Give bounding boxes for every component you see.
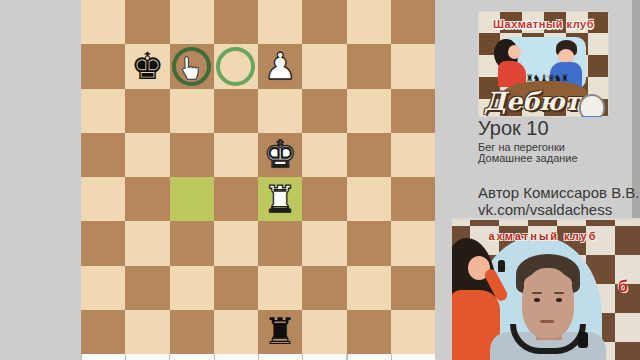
- logo-elephant-mascot: [579, 94, 605, 117]
- logo-title: Шахматный клуб: [478, 18, 609, 30]
- square-b5[interactable]: [125, 133, 169, 177]
- square-h1[interactable]: [391, 310, 435, 354]
- square-g6[interactable]: [347, 89, 391, 133]
- lesson-title: Урок 10: [478, 117, 549, 140]
- square-e8[interactable]: [258, 0, 302, 44]
- square-g2[interactable]: [347, 266, 391, 310]
- square-c6[interactable]: [170, 89, 214, 133]
- square-a8[interactable]: [81, 0, 125, 44]
- presenter-eye: [556, 298, 562, 302]
- square-d3[interactable]: [214, 221, 258, 265]
- square-g8[interactable]: [347, 0, 391, 44]
- piece-white-rook-e4[interactable]: ♜: [258, 177, 302, 221]
- piece-white-king-e5[interactable]: ♚: [258, 133, 302, 177]
- square-a6[interactable]: [81, 89, 125, 133]
- square-a3[interactable]: [81, 221, 125, 265]
- square-h6[interactable]: [391, 89, 435, 133]
- square-a4[interactable]: [81, 177, 125, 221]
- piece-white-pawn-e7[interactable]: ♟: [258, 44, 302, 88]
- square-h2[interactable]: [391, 266, 435, 310]
- square-b1[interactable]: [125, 310, 169, 354]
- logo-script-text: Дебют: [484, 87, 580, 116]
- square-a1[interactable]: [81, 310, 125, 354]
- square-g1[interactable]: [347, 310, 391, 354]
- square-c8[interactable]: [170, 0, 214, 44]
- square-g5[interactable]: [347, 133, 391, 177]
- piece-black-king-b7[interactable]: ♚: [125, 44, 169, 88]
- square-a2[interactable]: [81, 266, 125, 310]
- presenter-brow: [532, 292, 542, 294]
- poster-title: ахматный клуб: [452, 230, 634, 242]
- move-hint-circle-d7[interactable]: [216, 47, 255, 86]
- square-f2[interactable]: [302, 266, 346, 310]
- hand-cursor-icon: [178, 55, 200, 85]
- square-h5[interactable]: [391, 133, 435, 177]
- square-b3[interactable]: [125, 221, 169, 265]
- square-b8[interactable]: [125, 0, 169, 44]
- headphone-cup: [578, 332, 588, 348]
- square-c4[interactable]: [170, 177, 214, 221]
- square-b6[interactable]: [125, 89, 169, 133]
- square-h4[interactable]: [391, 177, 435, 221]
- square-h3[interactable]: [391, 221, 435, 265]
- lesson-subtitle-2: Домашнее задание: [478, 152, 578, 164]
- square-d1[interactable]: [214, 310, 258, 354]
- webcam-video: ахматный клуб б: [452, 218, 640, 360]
- poster-chess-piece: [498, 260, 505, 272]
- club-logo: ♜♞♝♛♞♜ Шахматный клуб Дебют: [478, 11, 609, 117]
- presenter-eye: [534, 298, 540, 302]
- square-f5[interactable]: [302, 133, 346, 177]
- square-d8[interactable]: [214, 0, 258, 44]
- author-line: Автор Комиссаров В.В.: [478, 184, 639, 201]
- piece-black-rook-e1[interactable]: ♜: [258, 310, 302, 354]
- square-h8[interactable]: [391, 0, 435, 44]
- square-e3[interactable]: [258, 221, 302, 265]
- square-f7[interactable]: [302, 44, 346, 88]
- square-g3[interactable]: [347, 221, 391, 265]
- chess-board: ♚♟♚♜♜: [81, 0, 435, 354]
- square-d5[interactable]: [214, 133, 258, 177]
- square-d4[interactable]: [214, 177, 258, 221]
- square-c5[interactable]: [170, 133, 214, 177]
- square-g4[interactable]: [347, 177, 391, 221]
- square-a7[interactable]: [81, 44, 125, 88]
- square-c3[interactable]: [170, 221, 214, 265]
- vk-link: vk.com/vsaldachess: [478, 201, 612, 218]
- square-f1[interactable]: [302, 310, 346, 354]
- poster-title-fragment: б: [618, 278, 628, 296]
- square-a5[interactable]: [81, 133, 125, 177]
- square-b4[interactable]: [125, 177, 169, 221]
- square-h7[interactable]: [391, 44, 435, 88]
- square-d2[interactable]: [214, 266, 258, 310]
- square-f3[interactable]: [302, 221, 346, 265]
- square-f6[interactable]: [302, 89, 346, 133]
- square-e2[interactable]: [258, 266, 302, 310]
- logo-chess-pieces: ♜♞♝♛♞♜: [512, 73, 582, 83]
- square-d6[interactable]: [214, 89, 258, 133]
- presenter-brow: [554, 292, 564, 294]
- logo-girl-face: [508, 45, 521, 59]
- square-c2[interactable]: [170, 266, 214, 310]
- presenter-mouth: [540, 320, 554, 323]
- square-f4[interactable]: [302, 177, 346, 221]
- video-frame: ♚♟♚♜♜ ♜♞♝♛♞♜ Шахматный клуб Дебют Урок 1…: [0, 0, 640, 360]
- square-b2[interactable]: [125, 266, 169, 310]
- square-g7[interactable]: [347, 44, 391, 88]
- square-c1[interactable]: [170, 310, 214, 354]
- square-e6[interactable]: [258, 89, 302, 133]
- board-bottom-strip: [81, 354, 435, 360]
- logo-elephant-base: [581, 116, 601, 117]
- square-f8[interactable]: [302, 0, 346, 44]
